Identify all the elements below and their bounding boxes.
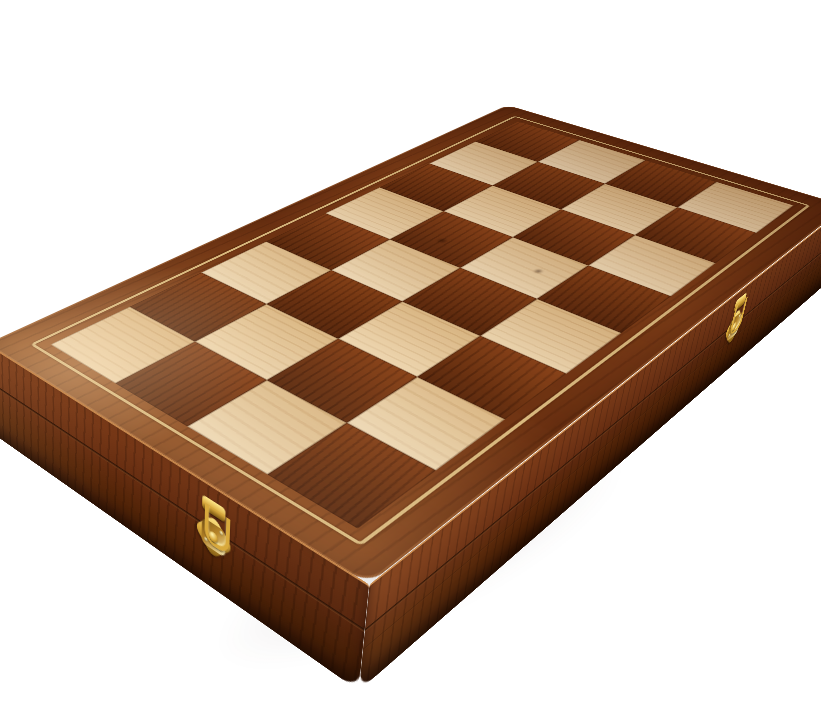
brass-latch-left-end	[192, 488, 236, 574]
wood-knot	[334, 366, 346, 373]
wood-knot	[531, 268, 545, 275]
product-photo	[0, 0, 821, 716]
scene-3d	[0, 0, 821, 716]
wood-knot	[434, 237, 450, 245]
wood-knot	[437, 181, 447, 185]
